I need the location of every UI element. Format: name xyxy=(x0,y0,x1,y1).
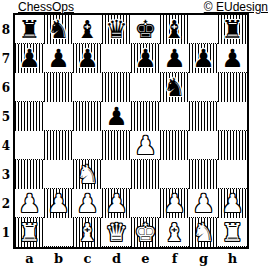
square-g5 xyxy=(189,102,218,131)
piece-black-pawn-e7: ♟ xyxy=(134,44,156,73)
square-e8: ♚ xyxy=(131,15,160,44)
square-f7: ♟ xyxy=(160,44,189,73)
square-f2: ♟ xyxy=(160,189,189,218)
app-title-link[interactable]: ChessOps xyxy=(18,0,74,14)
piece-white-king-e1: ♚ xyxy=(134,218,156,247)
rank-label-4: 4 xyxy=(0,131,12,160)
square-a3 xyxy=(15,160,44,189)
piece-white-bishop-c1: ♝ xyxy=(76,218,98,247)
square-c5 xyxy=(73,102,102,131)
piece-black-pawn-b7: ♟ xyxy=(47,44,69,73)
piece-black-pawn-d5: ♟ xyxy=(105,102,127,131)
square-f6: ♞ xyxy=(160,73,189,102)
square-h5 xyxy=(218,102,247,131)
piece-black-pawn-f7: ♟ xyxy=(163,44,185,73)
square-f1: ♝ xyxy=(160,218,189,247)
square-b5 xyxy=(44,102,73,131)
square-d1: ♛ xyxy=(102,218,131,247)
square-a5 xyxy=(15,102,44,131)
square-h8: ♜ xyxy=(218,15,247,44)
square-h1: ♜ xyxy=(218,218,247,247)
file-label-d: d xyxy=(102,251,131,266)
square-d4 xyxy=(102,131,131,160)
piece-white-queen-d1: ♛ xyxy=(105,218,127,247)
square-h3 xyxy=(218,160,247,189)
square-c8: ♝ xyxy=(73,15,102,44)
square-f4 xyxy=(160,131,189,160)
piece-white-pawn-g2: ♟ xyxy=(192,189,214,218)
square-g2: ♟ xyxy=(189,189,218,218)
file-label-h: h xyxy=(218,251,247,266)
square-a8: ♜ xyxy=(15,15,44,44)
piece-black-king-e8: ♚ xyxy=(134,15,156,44)
square-h6 xyxy=(218,73,247,102)
piece-black-knight-b8: ♞ xyxy=(47,15,69,44)
square-h7: ♟ xyxy=(218,44,247,73)
square-f8: ♝ xyxy=(160,15,189,44)
square-c4 xyxy=(73,131,102,160)
square-g8 xyxy=(189,15,218,44)
square-f5 xyxy=(160,102,189,131)
square-e7: ♟ xyxy=(131,44,160,73)
square-c6 xyxy=(73,73,102,102)
file-label-a: a xyxy=(15,251,44,266)
square-b6 xyxy=(44,73,73,102)
square-e5 xyxy=(131,102,160,131)
piece-black-queen-d8: ♛ xyxy=(105,15,127,44)
piece-white-knight-c3: ♞ xyxy=(76,160,98,189)
rank-label-8: 8 xyxy=(0,15,12,44)
square-e2 xyxy=(131,189,160,218)
piece-black-pawn-h7: ♟ xyxy=(221,44,243,73)
piece-white-knight-g1: ♞ xyxy=(192,218,214,247)
square-g1: ♞ xyxy=(189,218,218,247)
square-c2: ♟ xyxy=(73,189,102,218)
square-e6 xyxy=(131,73,160,102)
rank-label-1: 1 xyxy=(0,218,12,247)
rank-label-3: 3 xyxy=(0,160,12,189)
square-h2: ♟ xyxy=(218,189,247,218)
file-labels: abcdefgh xyxy=(15,251,247,266)
piece-white-pawn-d2: ♟ xyxy=(105,189,127,218)
piece-white-pawn-b2: ♟ xyxy=(47,189,69,218)
square-c1: ♝ xyxy=(73,218,102,247)
square-a6 xyxy=(15,73,44,102)
square-d7 xyxy=(102,44,131,73)
square-g7: ♟ xyxy=(189,44,218,73)
piece-white-rook-a1: ♜ xyxy=(18,218,40,247)
square-e1: ♚ xyxy=(131,218,160,247)
square-g3 xyxy=(189,160,218,189)
piece-black-rook-h8: ♜ xyxy=(221,15,243,44)
piece-white-pawn-a2: ♟ xyxy=(18,189,40,218)
piece-black-pawn-c7: ♟ xyxy=(76,44,98,73)
piece-white-pawn-e4: ♟ xyxy=(134,131,156,160)
square-c3: ♞ xyxy=(73,160,102,189)
piece-white-pawn-h2: ♟ xyxy=(221,189,243,218)
piece-black-rook-a8: ♜ xyxy=(18,15,40,44)
square-g6 xyxy=(189,73,218,102)
square-b1 xyxy=(44,218,73,247)
square-a4 xyxy=(15,131,44,160)
square-a7: ♟ xyxy=(15,44,44,73)
file-label-b: b xyxy=(44,251,73,266)
header-bar: ChessOps © EUdesign xyxy=(0,0,270,13)
square-e4: ♟ xyxy=(131,131,160,160)
file-label-e: e xyxy=(131,251,160,266)
square-b4 xyxy=(44,131,73,160)
rank-label-5: 5 xyxy=(0,102,12,131)
rank-labels: 87654321 xyxy=(0,15,12,247)
square-d2: ♟ xyxy=(102,189,131,218)
square-b2: ♟ xyxy=(44,189,73,218)
square-g4 xyxy=(189,131,218,160)
piece-black-bishop-c8: ♝ xyxy=(76,15,98,44)
square-b7: ♟ xyxy=(44,44,73,73)
piece-white-pawn-c2: ♟ xyxy=(76,189,98,218)
file-label-g: g xyxy=(189,251,218,266)
file-label-f: f xyxy=(160,251,189,266)
piece-white-pawn-f2: ♟ xyxy=(163,189,185,218)
square-h4 xyxy=(218,131,247,160)
square-d6 xyxy=(102,73,131,102)
file-label-c: c xyxy=(73,251,102,266)
rank-label-7: 7 xyxy=(0,44,12,73)
piece-black-bishop-f8: ♝ xyxy=(163,15,185,44)
square-e3 xyxy=(131,160,160,189)
square-b3 xyxy=(44,160,73,189)
piece-white-bishop-f1: ♝ xyxy=(163,218,185,247)
credit-link[interactable]: © EUdesign xyxy=(204,0,268,14)
piece-black-pawn-g7: ♟ xyxy=(192,44,214,73)
piece-white-rook-h1: ♜ xyxy=(221,218,243,247)
piece-black-knight-f6: ♞ xyxy=(163,73,185,102)
square-f3 xyxy=(160,160,189,189)
square-d3 xyxy=(102,160,131,189)
chess-board: ♜♞♝♛♚♝♜♟♟♟♟♟♟♟♞♟♟♞♟♟♟♟♟♟♟♜♝♛♚♝♞♜ xyxy=(13,13,249,249)
rank-label-2: 2 xyxy=(0,189,12,218)
rank-label-6: 6 xyxy=(0,73,12,102)
square-c7: ♟ xyxy=(73,44,102,73)
square-b8: ♞ xyxy=(44,15,73,44)
square-d5: ♟ xyxy=(102,102,131,131)
square-d8: ♛ xyxy=(102,15,131,44)
square-a1: ♜ xyxy=(15,218,44,247)
square-a2: ♟ xyxy=(15,189,44,218)
piece-black-pawn-a7: ♟ xyxy=(18,44,40,73)
